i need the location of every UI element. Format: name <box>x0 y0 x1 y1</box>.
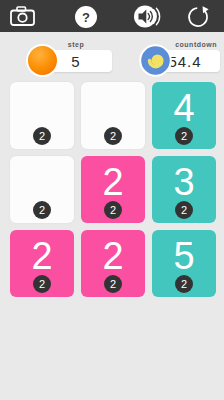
tile-badge: 2 <box>33 127 51 145</box>
tile-2[interactable]: 22 <box>10 230 74 297</box>
tile-badge: 2 <box>33 275 51 293</box>
topbar: ? <box>0 0 224 32</box>
tile-value: 2 <box>81 230 145 278</box>
step-label: step <box>40 41 112 48</box>
empty-tile[interactable]: 2 <box>10 82 74 149</box>
tile-badge: 2 <box>104 127 122 145</box>
tile-value: 5 <box>152 230 216 278</box>
speaker-icon <box>134 5 164 28</box>
countdown-swirl-icon <box>139 44 172 77</box>
countdown-value: 54.4 <box>168 53 201 70</box>
tile-4[interactable]: 42 <box>152 82 216 149</box>
tile-badge: 2 <box>175 127 193 145</box>
board: 224222232222252 <box>10 82 216 297</box>
tile-value: 2 <box>10 230 74 278</box>
empty-tile[interactable]: 2 <box>81 82 145 149</box>
empty-tile[interactable]: 2 <box>10 156 74 223</box>
restart-icon <box>186 4 210 29</box>
step-ball-icon <box>28 46 57 75</box>
tile-3[interactable]: 32 <box>152 156 216 223</box>
app-screen: ? step <box>0 0 224 400</box>
tile-value: 3 <box>152 156 216 204</box>
camera-icon <box>10 6 35 26</box>
tile-value: 4 <box>152 82 216 130</box>
camera-button[interactable] <box>10 6 35 26</box>
tile-badge: 2 <box>104 201 122 219</box>
sound-button[interactable] <box>134 5 164 28</box>
tile-badge: 2 <box>175 275 193 293</box>
tile-2[interactable]: 22 <box>81 156 145 223</box>
step-value: 5 <box>71 53 80 70</box>
tile-badge: 2 <box>175 201 193 219</box>
restart-button[interactable] <box>186 4 210 29</box>
question-mark-icon: ? <box>82 10 90 25</box>
help-button[interactable]: ? <box>75 6 97 28</box>
tile-badge: 2 <box>104 275 122 293</box>
tile-value: 2 <box>81 156 145 204</box>
tile-2[interactable]: 22 <box>81 230 145 297</box>
tile-badge: 2 <box>33 201 51 219</box>
tile-5[interactable]: 52 <box>152 230 216 297</box>
